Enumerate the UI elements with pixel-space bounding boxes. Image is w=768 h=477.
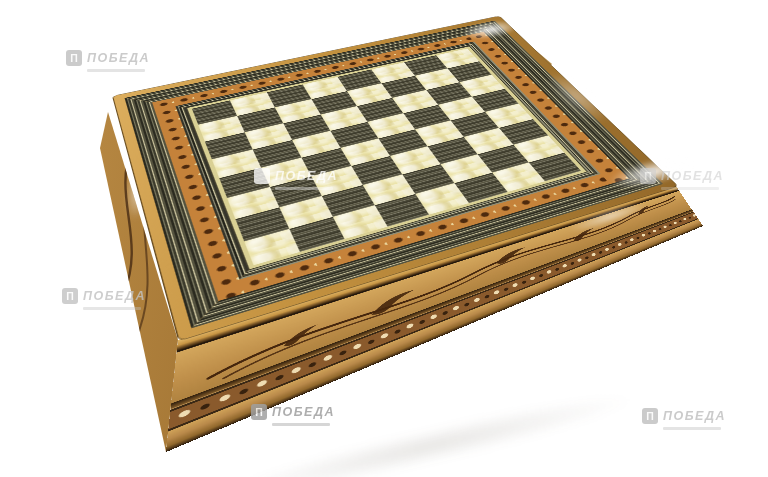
watermark-tagline xyxy=(663,427,721,430)
pobeda-logo-icon: П xyxy=(66,50,82,66)
watermark-logo-letter: П xyxy=(66,291,74,302)
watermark-logo-letter: П xyxy=(70,53,78,64)
watermark-tagline xyxy=(83,307,141,310)
watermark-text: ПОБЕДА xyxy=(272,406,335,419)
product-photo: ППОБЕДАППОБЕДАППОБЕДАППОБЕДАППОБЕДАППОБЕ… xyxy=(0,0,768,477)
watermark-row: ППОБЕДА xyxy=(66,50,150,66)
watermark-tagline xyxy=(87,69,145,72)
watermark-text: ПОБЕДА xyxy=(87,52,150,65)
watermark-tagline xyxy=(272,423,330,426)
watermark: ППОБЕДА xyxy=(66,50,150,72)
pobeda-logo-icon: П xyxy=(62,288,78,304)
